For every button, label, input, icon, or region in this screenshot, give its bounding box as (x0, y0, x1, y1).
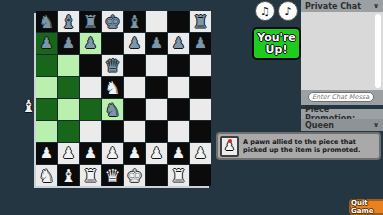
square-c6[interactable] (80, 55, 101, 76)
white-queen-d1[interactable]: ♛ (104, 165, 120, 186)
square-h7[interactable]: ♟ (190, 33, 211, 54)
square-b7[interactable]: ♟ (58, 33, 79, 54)
music-note-icon: ♫ (260, 5, 270, 18)
sound-toggle-button[interactable]: ♪ (278, 1, 298, 21)
black-queen-d6[interactable]: ♛ (104, 55, 120, 76)
black-knight-d4[interactable]: ♞ (104, 99, 120, 120)
quit-game-button[interactable]: Quit Game (349, 199, 383, 215)
black-pawn-b7[interactable]: ♟ (62, 33, 75, 54)
white-pawn-d2[interactable]: ♟ (106, 143, 119, 164)
sound-note-icon: ♪ (284, 5, 291, 18)
black-knight-a8[interactable]: ♞ (38, 11, 54, 32)
white-pawn-e2[interactable]: ♟ (128, 143, 141, 164)
square-g4[interactable] (168, 99, 189, 120)
chat-input-strip (301, 90, 383, 105)
promotion-tooltip: ♟ A pawn allied to the piece that picked… (216, 132, 381, 160)
white-knight-d5[interactable]: ♞ (104, 77, 120, 98)
quit-game-label: Quit Game (351, 199, 383, 215)
black-pawn-g7[interactable]: ♟ (172, 33, 185, 54)
turn-indicator-line2: Up! (266, 44, 288, 56)
white-pawn-b2[interactable]: ♟ (62, 143, 75, 164)
promotion-selected-value: Queen (305, 121, 334, 130)
square-g3[interactable] (168, 121, 189, 142)
square-d5[interactable]: ♞ (102, 77, 123, 98)
square-g8[interactable] (168, 11, 189, 32)
square-c8[interactable]: ♜ (80, 11, 101, 32)
square-e6[interactable] (124, 55, 145, 76)
black-rook-c8[interactable]: ♜ (82, 11, 98, 32)
square-h2[interactable]: ♟ (190, 143, 211, 164)
square-h3[interactable] (190, 121, 211, 142)
square-e8[interactable]: ♝ (124, 11, 145, 32)
square-e5[interactable] (124, 77, 145, 98)
black-rook-h8[interactable]: ♜ (192, 11, 208, 32)
square-c1[interactable]: ♜ (80, 165, 101, 186)
square-d7[interactable] (102, 33, 123, 54)
black-pawn-f7[interactable]: ♟ (150, 33, 163, 54)
square-c7[interactable]: ♟ (80, 33, 101, 54)
chess-board: ♞♝♜♚♝♜♟♟♟♟♟♟♟♛♞♞♟♟♟♟♟♟♟♟♞♝♜♛♚♜ (36, 11, 211, 186)
square-f5[interactable] (146, 77, 167, 98)
square-b4[interactable] (58, 99, 79, 120)
square-a8[interactable]: ♞ (36, 11, 57, 32)
square-f4[interactable] (146, 99, 167, 120)
chat-message-input[interactable] (308, 92, 374, 102)
white-pawn-h2[interactable]: ♟ (194, 143, 207, 164)
square-b3[interactable] (58, 121, 79, 142)
square-f8[interactable] (146, 11, 167, 32)
square-a1[interactable]: ♞ (36, 165, 57, 186)
square-e2[interactable]: ♟ (124, 143, 145, 164)
square-c3[interactable] (80, 121, 101, 142)
square-b1[interactable]: ♝ (58, 165, 79, 186)
white-knight-a1[interactable]: ♞ (38, 165, 54, 186)
square-a2[interactable]: ♟ (36, 143, 57, 164)
promoted-pawn-icon: ♟ (220, 136, 239, 157)
music-toggle-button[interactable]: ♫ (255, 1, 275, 21)
square-a6[interactable] (36, 55, 57, 76)
black-pawn-h7[interactable]: ♟ (194, 33, 207, 54)
white-pawn-c2[interactable]: ♟ (84, 143, 97, 164)
chat-scrollbar[interactable] (375, 14, 381, 88)
square-g2[interactable]: ♟ (168, 143, 189, 164)
promotion-dropdown[interactable]: Queen ∨ (301, 119, 383, 131)
square-d6[interactable]: ♛ (102, 55, 123, 76)
private-chat-title: Private Chat (305, 2, 361, 11)
square-c5[interactable] (80, 77, 101, 98)
game-window: ♞♝♜♚♝♜♟♟♟♟♟♟♟♛♞♞♟♟♟♟♟♟♟♟♞♝♜♛♚♜ ♝ ♫ ♪ You… (0, 0, 383, 215)
square-f1[interactable] (146, 165, 167, 186)
black-bishop-b8[interactable]: ♝ (60, 11, 76, 32)
promotion-marker-dot (228, 139, 232, 143)
square-a4[interactable] (36, 99, 57, 120)
square-c4[interactable] (80, 99, 101, 120)
white-pawn-a2[interactable]: ♟ (40, 143, 53, 164)
chat-message-list[interactable] (301, 12, 383, 90)
square-e4[interactable] (124, 99, 145, 120)
square-a7[interactable]: ♟ (36, 33, 57, 54)
square-h5[interactable] (190, 77, 211, 98)
square-e3[interactable] (124, 121, 145, 142)
square-c2[interactable]: ♟ (80, 143, 101, 164)
square-e1[interactable]: ♚ (124, 165, 145, 186)
square-d4[interactable]: ♞ (102, 99, 123, 120)
square-d2[interactable]: ♟ (102, 143, 123, 164)
square-b8[interactable]: ♝ (58, 11, 79, 32)
off-board-white-bishop[interactable]: ♝ (21, 96, 36, 116)
white-rook-g1[interactable]: ♜ (170, 165, 186, 186)
square-b2[interactable]: ♟ (58, 143, 79, 164)
square-f2[interactable]: ♟ (146, 143, 167, 164)
square-b6[interactable] (58, 55, 79, 76)
square-d8[interactable]: ♚ (102, 11, 123, 32)
white-bishop-b1[interactable]: ♝ (60, 165, 76, 186)
white-pawn-f2[interactable]: ♟ (150, 143, 163, 164)
square-h8[interactable]: ♜ (190, 11, 211, 32)
square-h4[interactable] (190, 99, 211, 120)
square-e7[interactable]: ♟ (124, 33, 145, 54)
square-d1[interactable]: ♛ (102, 165, 123, 186)
private-chat-header[interactable]: Private Chat ∨ (301, 0, 383, 12)
turn-indicator-line1: You're (257, 32, 296, 44)
square-g7[interactable]: ♟ (168, 33, 189, 54)
square-g1[interactable]: ♜ (168, 165, 189, 186)
black-pawn-c7[interactable]: ♟ (84, 33, 97, 54)
square-f3[interactable] (146, 121, 167, 142)
square-f7[interactable]: ♟ (146, 33, 167, 54)
chevron-down-icon: ∨ (373, 2, 379, 10)
square-a3[interactable] (36, 121, 57, 142)
chevron-down-icon: ∨ (373, 121, 379, 129)
square-a5[interactable] (36, 77, 57, 98)
chat-panel: Private Chat ∨ Piece Promotion: Queen ∨ (301, 0, 383, 215)
black-pawn-a7[interactable]: ♟ (40, 33, 53, 54)
piece-promotion-header: Piece Promotion: (301, 109, 383, 119)
square-g5[interactable] (168, 77, 189, 98)
black-pawn-e7[interactable]: ♟ (128, 33, 141, 54)
square-d3[interactable] (102, 121, 123, 142)
turn-indicator[interactable]: You're Up! (252, 27, 301, 60)
square-f6[interactable] (146, 55, 167, 76)
tooltip-text: A pawn allied to the piece that picked u… (239, 138, 379, 154)
black-bishop-e8[interactable]: ♝ (126, 11, 142, 32)
white-king-e1[interactable]: ♚ (126, 165, 142, 186)
black-king-d8[interactable]: ♚ (104, 11, 120, 32)
white-pawn-g2[interactable]: ♟ (172, 143, 185, 164)
square-h1[interactable] (190, 165, 211, 186)
white-rook-c1[interactable]: ♜ (82, 165, 98, 186)
square-b5[interactable] (58, 77, 79, 98)
square-h6[interactable] (190, 55, 211, 76)
square-g6[interactable] (168, 55, 189, 76)
